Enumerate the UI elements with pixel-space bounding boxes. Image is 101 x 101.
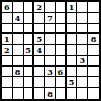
- sudoku-cell-r2c9[interactable]: [88, 13, 99, 24]
- sudoku-cell-r8c1[interactable]: [2, 77, 13, 88]
- sudoku-cell-r5c5[interactable]: [45, 45, 56, 56]
- sudoku-cell-r1c1[interactable]: 6: [2, 2, 13, 13]
- sudoku-cell-r9c9[interactable]: [88, 88, 99, 99]
- sudoku-cell-r9c6[interactable]: [56, 88, 67, 99]
- sudoku-cell-r6c3[interactable]: [24, 56, 35, 67]
- sudoku-cell-r4c9[interactable]: 8: [88, 34, 99, 45]
- sudoku-cell-r2c3[interactable]: [24, 13, 35, 24]
- sudoku-cell-r8c6[interactable]: [56, 77, 67, 88]
- sudoku-cell-r2c4[interactable]: [34, 13, 45, 24]
- sudoku-cell-r8c9[interactable]: [88, 77, 99, 88]
- sudoku-board: 62147158254383658: [0, 0, 101, 101]
- sudoku-cell-r6c2[interactable]: [13, 56, 24, 67]
- sudoku-cell-r5c7[interactable]: [67, 45, 78, 56]
- sudoku-cell-r3c9[interactable]: [88, 24, 99, 35]
- sudoku-cell-r6c9[interactable]: [88, 56, 99, 67]
- sudoku-cell-r2c7[interactable]: [67, 13, 78, 24]
- sudoku-cell-r6c8[interactable]: 3: [77, 56, 88, 67]
- sudoku-cell-r6c1[interactable]: [2, 56, 13, 67]
- sudoku-cell-r8c3[interactable]: [24, 77, 35, 88]
- sudoku-cell-r2c8[interactable]: [77, 13, 88, 24]
- sudoku-cell-r2c5[interactable]: 7: [45, 13, 56, 24]
- sudoku-cell-r5c4[interactable]: 4: [34, 45, 45, 56]
- sudoku-cell-r8c8[interactable]: [77, 77, 88, 88]
- sudoku-cell-r9c3[interactable]: [24, 88, 35, 99]
- sudoku-cell-r5c2[interactable]: [13, 45, 24, 56]
- sudoku-cell-r8c4[interactable]: [34, 77, 45, 88]
- sudoku-cell-r2c2[interactable]: 4: [13, 13, 24, 24]
- sudoku-cell-r7c8[interactable]: [77, 67, 88, 78]
- sudoku-cell-r9c5[interactable]: 8: [45, 88, 56, 99]
- sudoku-cell-r4c6[interactable]: [56, 34, 67, 45]
- sudoku-cell-r1c4[interactable]: 2: [34, 2, 45, 13]
- sudoku-cell-r4c1[interactable]: 1: [2, 34, 13, 45]
- sudoku-cell-r3c6[interactable]: [56, 24, 67, 35]
- sudoku-cell-r4c8[interactable]: [77, 34, 88, 45]
- sudoku-cell-r4c2[interactable]: [13, 34, 24, 45]
- sudoku-cell-r6c5[interactable]: [45, 56, 56, 67]
- sudoku-cell-r9c2[interactable]: [13, 88, 24, 99]
- sudoku-cell-r7c6[interactable]: 6: [56, 67, 67, 78]
- sudoku-cell-r9c4[interactable]: [34, 88, 45, 99]
- sudoku-cell-r6c4[interactable]: [34, 56, 45, 67]
- sudoku-cell-r3c5[interactable]: [45, 24, 56, 35]
- sudoku-cell-r1c5[interactable]: [45, 2, 56, 13]
- sudoku-cell-r3c1[interactable]: [2, 24, 13, 35]
- sudoku-cell-r1c3[interactable]: [24, 2, 35, 13]
- sudoku-cell-r6c7[interactable]: [67, 56, 78, 67]
- sudoku-cell-r1c8[interactable]: [77, 2, 88, 13]
- sudoku-cell-r4c3[interactable]: [24, 34, 35, 45]
- sudoku-cell-r7c5[interactable]: 3: [45, 67, 56, 78]
- sudoku-cell-r8c2[interactable]: [13, 77, 24, 88]
- sudoku-cell-r7c9[interactable]: [88, 67, 99, 78]
- sudoku-cell-r1c7[interactable]: 1: [67, 2, 78, 13]
- sudoku-cell-r7c2[interactable]: 8: [13, 67, 24, 78]
- sudoku-cell-r1c6[interactable]: [56, 2, 67, 13]
- sudoku-cell-r4c5[interactable]: [45, 34, 56, 45]
- sudoku-cell-r4c4[interactable]: 5: [34, 34, 45, 45]
- sudoku-cell-r1c9[interactable]: [88, 2, 99, 13]
- sudoku-cell-r5c6[interactable]: [56, 45, 67, 56]
- sudoku-cell-r7c1[interactable]: [2, 67, 13, 78]
- sudoku-cell-r5c9[interactable]: [88, 45, 99, 56]
- sudoku-cell-r2c6[interactable]: [56, 13, 67, 24]
- sudoku-cell-r3c3[interactable]: [24, 24, 35, 35]
- sudoku-cell-r9c7[interactable]: [67, 88, 78, 99]
- sudoku-cell-r3c4[interactable]: [34, 24, 45, 35]
- sudoku-cell-r2c1[interactable]: [2, 13, 13, 24]
- sudoku-cell-r9c1[interactable]: [2, 88, 13, 99]
- sudoku-cell-r1c2[interactable]: [13, 2, 24, 13]
- sudoku-cell-r7c7[interactable]: [67, 67, 78, 78]
- sudoku-cell-r8c7[interactable]: 5: [67, 77, 78, 88]
- sudoku-cell-r9c8[interactable]: [77, 88, 88, 99]
- sudoku-cell-r3c7[interactable]: [67, 24, 78, 35]
- sudoku-cell-r8c5[interactable]: [45, 77, 56, 88]
- sudoku-cell-r5c3[interactable]: 5: [24, 45, 35, 56]
- sudoku-cell-r7c4[interactable]: [34, 67, 45, 78]
- sudoku-cell-r4c7[interactable]: [67, 34, 78, 45]
- sudoku-cell-r5c1[interactable]: 2: [2, 45, 13, 56]
- sudoku-cell-r3c8[interactable]: [77, 24, 88, 35]
- sudoku-cell-r7c3[interactable]: [24, 67, 35, 78]
- sudoku-cell-r6c6[interactable]: [56, 56, 67, 67]
- sudoku-cell-r5c8[interactable]: [77, 45, 88, 56]
- sudoku-cell-r3c2[interactable]: [13, 24, 24, 35]
